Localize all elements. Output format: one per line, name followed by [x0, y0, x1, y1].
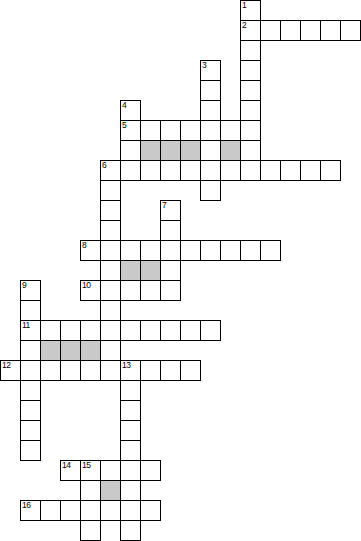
shaded-cell	[220, 140, 241, 161]
answer-cell[interactable]	[120, 240, 141, 261]
answer-cell[interactable]: 9	[20, 280, 41, 301]
answer-cell[interactable]	[260, 160, 281, 181]
answer-cell[interactable]	[240, 40, 261, 61]
clue-number: 1	[242, 1, 246, 10]
clue-number: 7	[162, 201, 166, 210]
answer-cell[interactable]	[100, 280, 121, 301]
answer-cell[interactable]	[180, 320, 201, 341]
answer-cell[interactable]	[20, 300, 41, 321]
answer-cell[interactable]	[180, 360, 201, 381]
clue-number: 11	[22, 321, 30, 330]
answer-cell[interactable]: 12	[0, 360, 21, 381]
answer-cell[interactable]: 5	[120, 120, 141, 141]
answer-cell[interactable]: 4	[120, 100, 141, 121]
answer-cell[interactable]	[320, 20, 341, 41]
answer-cell[interactable]: 10	[80, 280, 101, 301]
answer-cell[interactable]	[60, 360, 81, 381]
answer-cell[interactable]	[40, 360, 61, 381]
answer-cell[interactable]: 15	[80, 460, 101, 481]
answer-cell[interactable]	[20, 420, 41, 441]
answer-cell[interactable]	[160, 360, 181, 381]
answer-cell[interactable]	[280, 20, 301, 41]
answer-cell[interactable]	[240, 240, 261, 261]
answer-cell[interactable]: 6	[100, 160, 121, 181]
answer-cell[interactable]	[140, 460, 161, 481]
answer-cell[interactable]	[180, 160, 201, 181]
answer-cell[interactable]	[20, 340, 41, 361]
shaded-cell	[40, 340, 61, 361]
answer-cell[interactable]	[140, 240, 161, 261]
clue-number: 2	[242, 21, 246, 30]
answer-cell[interactable]	[200, 160, 221, 181]
answer-cell[interactable]	[100, 260, 121, 281]
answer-cell[interactable]	[220, 120, 241, 141]
shaded-cell	[80, 340, 101, 361]
answer-cell[interactable]	[100, 220, 121, 241]
answer-cell[interactable]	[120, 400, 141, 421]
answer-cell[interactable]	[140, 160, 161, 181]
clue-number: 8	[82, 241, 86, 250]
answer-cell[interactable]	[160, 120, 181, 141]
answer-cell[interactable]	[80, 480, 101, 501]
clue-number: 10	[82, 281, 90, 290]
answer-cell[interactable]	[200, 80, 221, 101]
answer-cell[interactable]: 2	[240, 20, 261, 41]
answer-cell[interactable]: 13	[120, 360, 141, 381]
answer-cell[interactable]	[40, 500, 61, 521]
answer-cell[interactable]	[120, 460, 141, 481]
answer-cell[interactable]	[280, 160, 301, 181]
answer-cell[interactable]	[160, 240, 181, 261]
clue-number: 12	[2, 361, 10, 370]
answer-cell[interactable]	[240, 140, 261, 161]
answer-cell[interactable]	[120, 140, 141, 161]
answer-cell[interactable]	[160, 320, 181, 341]
answer-cell[interactable]	[220, 240, 241, 261]
answer-cell[interactable]: 11	[20, 320, 41, 341]
answer-cell[interactable]	[160, 220, 181, 241]
clue-number: 15	[82, 461, 90, 470]
answer-cell[interactable]	[80, 500, 101, 521]
shaded-cell	[180, 140, 201, 161]
shaded-cell	[140, 140, 161, 161]
shaded-cell	[160, 140, 181, 161]
answer-cell[interactable]	[120, 420, 141, 441]
answer-cell[interactable]	[80, 520, 101, 541]
answer-cell[interactable]	[80, 360, 101, 381]
clue-number: 13	[122, 361, 130, 370]
answer-cell[interactable]: 7	[160, 200, 181, 221]
answer-cell[interactable]	[120, 320, 141, 341]
shaded-cell	[120, 260, 141, 281]
answer-cell[interactable]	[200, 120, 221, 141]
answer-cell[interactable]	[120, 520, 141, 541]
answer-cell[interactable]	[160, 160, 181, 181]
answer-cell[interactable]	[100, 320, 121, 341]
clue-number: 4	[122, 101, 126, 110]
answer-cell[interactable]	[120, 500, 141, 521]
answer-cell[interactable]	[120, 440, 141, 461]
answer-cell[interactable]	[160, 280, 181, 301]
answer-cell[interactable]	[200, 240, 221, 261]
answer-cell[interactable]	[20, 360, 41, 381]
answer-cell[interactable]	[120, 480, 141, 501]
answer-cell[interactable]	[100, 200, 121, 221]
crossword-board: 12345678910111213141516	[0, 0, 361, 541]
answer-cell[interactable]	[100, 180, 121, 201]
answer-cell[interactable]	[300, 160, 321, 181]
answer-cell[interactable]	[260, 20, 281, 41]
answer-cell[interactable]	[200, 140, 221, 161]
answer-cell[interactable]: 14	[60, 460, 81, 481]
answer-cell[interactable]	[140, 500, 161, 521]
answer-cell[interactable]	[100, 300, 121, 321]
clue-number: 6	[102, 161, 106, 170]
answer-cell[interactable]	[120, 280, 141, 301]
answer-cell[interactable]	[100, 360, 121, 381]
answer-cell[interactable]	[240, 80, 261, 101]
clue-number: 3	[202, 61, 206, 70]
answer-cell[interactable]	[340, 20, 361, 41]
answer-cell[interactable]: 8	[80, 240, 101, 261]
clue-number: 9	[22, 281, 26, 290]
answer-cell[interactable]	[180, 240, 201, 261]
shaded-cell	[100, 480, 121, 501]
answer-cell[interactable]	[260, 240, 281, 261]
answer-cell[interactable]	[80, 320, 101, 341]
answer-cell[interactable]: 3	[200, 60, 221, 81]
answer-cell[interactable]	[140, 280, 161, 301]
answer-cell[interactable]	[100, 240, 121, 261]
answer-cell[interactable]	[320, 160, 341, 181]
answer-cell[interactable]	[60, 500, 81, 521]
shaded-cell	[140, 260, 161, 281]
answer-cell[interactable]	[100, 460, 121, 481]
answer-cell[interactable]	[220, 160, 241, 181]
clue-number: 14	[62, 461, 70, 470]
answer-cell[interactable]	[20, 380, 41, 401]
clue-number: 16	[22, 501, 30, 510]
answer-cell[interactable]	[100, 340, 121, 361]
answer-cell[interactable]	[140, 320, 161, 341]
answer-cell[interactable]	[160, 260, 181, 281]
answer-cell[interactable]: 16	[20, 500, 41, 521]
answer-cell[interactable]	[200, 100, 221, 121]
answer-cell[interactable]	[240, 60, 261, 81]
answer-cell[interactable]	[140, 360, 161, 381]
answer-cell[interactable]	[100, 500, 121, 521]
answer-cell[interactable]	[240, 120, 261, 141]
clue-number: 5	[122, 121, 126, 130]
answer-cell[interactable]	[200, 180, 221, 201]
answer-cell[interactable]	[120, 160, 141, 181]
answer-cell[interactable]	[240, 100, 261, 121]
answer-cell[interactable]	[140, 120, 161, 141]
answer-cell[interactable]	[120, 380, 141, 401]
answer-cell[interactable]	[60, 320, 81, 341]
shaded-cell	[60, 340, 81, 361]
answer-cell[interactable]	[20, 400, 41, 421]
answer-cell[interactable]	[20, 440, 41, 461]
answer-cell[interactable]	[300, 20, 321, 41]
answer-cell[interactable]	[240, 160, 261, 181]
answer-cell[interactable]	[200, 320, 221, 341]
answer-cell[interactable]	[180, 120, 201, 141]
answer-cell[interactable]	[40, 320, 61, 341]
answer-cell[interactable]: 1	[240, 0, 261, 21]
